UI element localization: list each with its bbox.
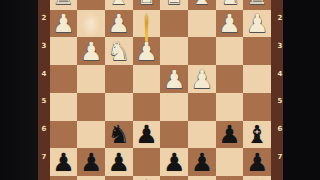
square-f2[interactable]: ♟ [105, 10, 133, 38]
square-a6[interactable]: ♝ [243, 121, 271, 149]
square-e5[interactable] [133, 93, 161, 121]
square-e4[interactable] [133, 65, 161, 93]
square-h5[interactable] [50, 93, 78, 121]
square-a7[interactable]: ♟ [243, 148, 271, 176]
square-h7[interactable]: ♟ [50, 148, 78, 176]
piece-white-pawn-e3[interactable]: ♟ [133, 37, 161, 65]
piece-black-knight-b8[interactable]: ♞ [216, 176, 244, 180]
piece-white-pawn-h2[interactable]: ♟ [50, 10, 78, 38]
piece-black-pawn-c7[interactable]: ♟ [188, 148, 216, 176]
square-h3[interactable] [50, 37, 78, 65]
square-b6[interactable]: ♟ [216, 121, 244, 149]
square-d6[interactable] [160, 121, 188, 149]
square-b3[interactable] [216, 37, 244, 65]
square-g2[interactable] [77, 10, 105, 38]
square-b8[interactable]: ♞ [216, 176, 244, 180]
square-a8[interactable]: ♜ [243, 176, 271, 180]
piece-white-pawn-c4[interactable]: ♟ [188, 65, 216, 93]
piece-white-pawn-d4[interactable]: ♟ [160, 65, 188, 93]
square-d4[interactable]: ♟ [160, 65, 188, 93]
piece-white-queen-d1[interactable]: ♛ [160, 0, 188, 10]
square-f5[interactable] [105, 93, 133, 121]
square-b7[interactable] [216, 148, 244, 176]
square-a5[interactable] [243, 93, 271, 121]
left-letterbox-bar [0, 0, 38, 180]
chess-board: ♜♝♚♛♝♞♜♟♟♟♟♟♞♟♟♟♞♟♟♝♟♟♟♟♟♟♜♝♚♛♞♜ [50, 0, 272, 180]
square-g5[interactable] [77, 93, 105, 121]
rank-label-left-3: 3 [39, 42, 49, 51]
square-g4[interactable] [77, 65, 105, 93]
piece-black-pawn-e6[interactable]: ♟ [133, 121, 161, 149]
square-b5[interactable] [216, 93, 244, 121]
piece-white-pawn-b2[interactable]: ♟ [216, 10, 244, 38]
square-c3[interactable] [188, 37, 216, 65]
square-h8[interactable]: ♜ [50, 176, 78, 180]
square-e7[interactable] [133, 148, 161, 176]
square-a4[interactable] [243, 65, 271, 93]
square-d8[interactable]: ♛ [160, 176, 188, 180]
piece-white-pawn-a2[interactable]: ♟ [243, 10, 271, 38]
piece-black-pawn-g7[interactable]: ♟ [77, 148, 105, 176]
square-f3[interactable]: ♞ [105, 37, 133, 65]
rank-label-left-2: 2 [39, 14, 49, 23]
square-b2[interactable]: ♟ [216, 10, 244, 38]
square-f7[interactable]: ♟ [105, 148, 133, 176]
square-c5[interactable] [188, 93, 216, 121]
square-c2[interactable] [188, 10, 216, 38]
square-e6[interactable]: ♟ [133, 121, 161, 149]
square-b4[interactable] [216, 65, 244, 93]
square-c1[interactable]: ♝ [188, 0, 216, 10]
piece-white-bishop-c1[interactable]: ♝ [188, 0, 216, 10]
piece-black-rook-h8[interactable]: ♜ [50, 176, 78, 180]
square-e3[interactable]: ♟ [133, 37, 161, 65]
square-d5[interactable] [160, 93, 188, 121]
square-h6[interactable] [50, 121, 78, 149]
rank-label-right-5: 5 [275, 97, 285, 106]
square-c7[interactable]: ♟ [188, 148, 216, 176]
rank-label-left-6: 6 [39, 125, 49, 134]
square-d3[interactable] [160, 37, 188, 65]
square-d7[interactable]: ♟ [160, 148, 188, 176]
rank-label-left-4: 4 [39, 70, 49, 79]
square-f4[interactable] [105, 65, 133, 93]
piece-black-rook-a8[interactable]: ♜ [243, 176, 271, 180]
rank-label-right-6: 6 [275, 125, 285, 134]
rank-label-right-4: 4 [275, 70, 285, 79]
square-g3[interactable]: ♟ [77, 37, 105, 65]
square-g7[interactable]: ♟ [77, 148, 105, 176]
square-f8[interactable]: ♝ [105, 176, 133, 180]
square-a2[interactable]: ♟ [243, 10, 271, 38]
square-h2[interactable]: ♟ [50, 10, 78, 38]
right-letterbox-bar [283, 0, 320, 180]
square-e1[interactable]: ♚ [133, 0, 161, 10]
piece-white-pawn-f2[interactable]: ♟ [105, 10, 133, 38]
rank-label-left-5: 5 [39, 97, 49, 106]
piece-black-bishop-f8[interactable]: ♝ [105, 176, 133, 180]
piece-black-king-e8[interactable]: ♚ [133, 176, 161, 180]
square-c4[interactable]: ♟ [188, 65, 216, 93]
rank-label-right-3: 3 [275, 42, 285, 51]
square-g1[interactable] [77, 0, 105, 10]
board-frame: ♜♝♚♛♝♞♜♟♟♟♟♟♞♟♟♟♞♟♟♝♟♟♟♟♟♟♜♝♚♛♞♜ 1122334… [38, 0, 283, 180]
rank-label-left-7: 7 [39, 153, 49, 162]
square-a3[interactable] [243, 37, 271, 65]
piece-black-pawn-a7[interactable]: ♟ [243, 148, 271, 176]
square-d2[interactable] [160, 10, 188, 38]
piece-white-knight-f3[interactable]: ♞ [105, 37, 133, 65]
piece-black-pawn-h7[interactable]: ♟ [50, 148, 78, 176]
square-h4[interactable] [50, 65, 78, 93]
square-g6[interactable] [77, 121, 105, 149]
rank-label-right-2: 2 [275, 14, 285, 23]
piece-black-pawn-f7[interactable]: ♟ [105, 148, 133, 176]
piece-black-pawn-d7[interactable]: ♟ [160, 148, 188, 176]
piece-black-bishop-a6[interactable]: ♝ [243, 121, 271, 149]
piece-black-pawn-b6[interactable]: ♟ [216, 121, 244, 149]
piece-white-king-e1[interactable]: ♚ [133, 0, 161, 10]
square-d1[interactable]: ♛ [160, 0, 188, 10]
rank-label-right-7: 7 [275, 153, 285, 162]
piece-white-pawn-g3[interactable]: ♟ [77, 37, 105, 65]
square-f6[interactable]: ♞ [105, 121, 133, 149]
square-c6[interactable] [188, 121, 216, 149]
square-e8[interactable]: ♚ [133, 176, 161, 180]
ghost-highlight [77, 10, 105, 38]
piece-black-queen-d8[interactable]: ♛ [160, 176, 188, 180]
piece-black-knight-f6[interactable]: ♞ [105, 121, 133, 149]
video-frame: ♜♝♚♛♝♞♜♟♟♟♟♟♞♟♟♟♞♟♟♝♟♟♟♟♟♟♜♝♚♛♞♜ 1122334… [0, 0, 320, 180]
